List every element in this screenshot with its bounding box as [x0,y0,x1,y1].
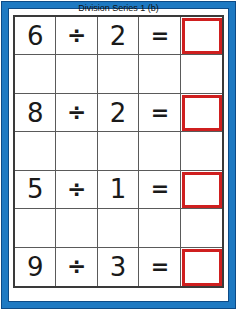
cell-divisor: 2 [98,17,139,55]
cell-answer [181,94,222,132]
cell-answer [181,248,222,286]
cell-empty [56,55,97,93]
cell-empty [139,132,180,170]
answer-box-1[interactable] [182,18,222,54]
cell-divide-sign: ÷ [56,17,97,55]
answer-box-2[interactable] [182,95,222,131]
cell-dividend: 9 [15,248,56,286]
cell-empty [98,209,139,247]
cell-divisor: 1 [98,171,139,209]
cell-empty [56,209,97,247]
cell-empty [181,209,222,247]
cell-empty [98,55,139,93]
cell-divide-sign: ÷ [56,248,97,286]
cell-equals-sign: = [139,17,180,55]
cell-empty [56,132,97,170]
cell-empty [98,132,139,170]
cell-empty [181,132,222,170]
cell-dividend: 8 [15,94,56,132]
cell-divide-sign: ÷ [56,171,97,209]
cell-empty [15,132,56,170]
cell-empty [139,209,180,247]
answer-box-3[interactable] [182,172,222,208]
cell-empty [181,55,222,93]
worksheet-page: Division Series 1 (b) 6 ÷ 2 = 8 ÷ 2 = 5 … [0,0,237,310]
worksheet-grid: 6 ÷ 2 = 8 ÷ 2 = 5 ÷ 1 = [13,15,224,288]
cell-equals-sign: = [139,94,180,132]
cell-empty [15,209,56,247]
cell-dividend: 6 [15,17,56,55]
cell-equals-sign: = [139,248,180,286]
cell-divisor: 3 [98,248,139,286]
cell-divisor: 2 [98,94,139,132]
worksheet-title: Division Series 1 (b) [0,3,237,14]
cell-dividend: 5 [15,171,56,209]
answer-box-4[interactable] [182,249,222,286]
cell-divide-sign: ÷ [56,94,97,132]
cell-empty [139,55,180,93]
cell-answer [181,17,222,55]
cell-empty [15,55,56,93]
cell-equals-sign: = [139,171,180,209]
cell-answer [181,171,222,209]
